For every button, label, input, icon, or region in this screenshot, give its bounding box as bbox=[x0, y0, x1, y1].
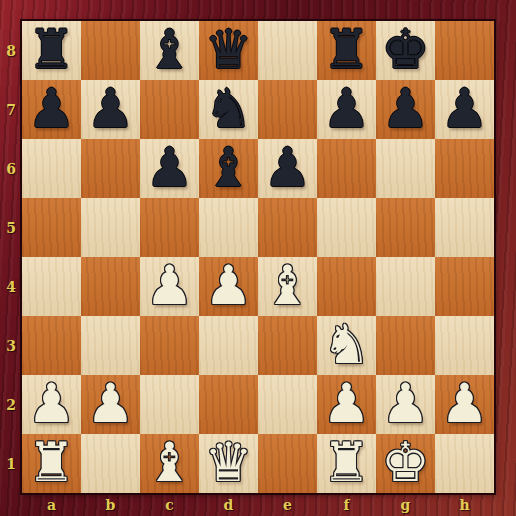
square-b3[interactable] bbox=[81, 316, 140, 375]
square-e3[interactable] bbox=[258, 316, 317, 375]
square-a4[interactable] bbox=[22, 257, 81, 316]
square-f3[interactable]: ♞ bbox=[317, 316, 376, 375]
square-d8[interactable]: ♛ bbox=[199, 21, 258, 80]
white-pawn[interactable]: ♟ bbox=[199, 257, 258, 316]
white-pawn[interactable]: ♟ bbox=[317, 375, 376, 434]
square-f5[interactable] bbox=[317, 198, 376, 257]
black-queen[interactable]: ♛ bbox=[199, 21, 258, 80]
square-a5[interactable] bbox=[22, 198, 81, 257]
rank-labels: 87654321 bbox=[0, 21, 22, 493]
rank-label-1: 1 bbox=[6, 456, 16, 472]
rank-label-7: 7 bbox=[6, 102, 16, 118]
square-g3[interactable] bbox=[376, 316, 435, 375]
square-c1[interactable]: ♝ bbox=[140, 434, 199, 493]
file-label-b: b bbox=[106, 497, 116, 513]
black-bishop[interactable]: ♝ bbox=[140, 21, 199, 80]
square-f1[interactable]: ♜ bbox=[317, 434, 376, 493]
square-c2[interactable] bbox=[140, 375, 199, 434]
square-c8[interactable]: ♝ bbox=[140, 21, 199, 80]
file-labels: abcdefgh bbox=[22, 493, 494, 516]
square-b2[interactable]: ♟ bbox=[81, 375, 140, 434]
square-c3[interactable] bbox=[140, 316, 199, 375]
white-pawn[interactable]: ♟ bbox=[81, 375, 140, 434]
square-e7[interactable] bbox=[258, 80, 317, 139]
rank-label-8: 8 bbox=[6, 43, 16, 59]
square-d1[interactable]: ♛ bbox=[199, 434, 258, 493]
square-b4[interactable] bbox=[81, 257, 140, 316]
white-king[interactable]: ♚ bbox=[376, 434, 435, 493]
black-pawn[interactable]: ♟ bbox=[81, 80, 140, 139]
file-label-f: f bbox=[343, 497, 349, 513]
white-rook[interactable]: ♜ bbox=[22, 434, 81, 493]
white-rook[interactable]: ♜ bbox=[317, 434, 376, 493]
white-pawn[interactable]: ♟ bbox=[22, 375, 81, 434]
square-f7[interactable]: ♟ bbox=[317, 80, 376, 139]
square-c7[interactable] bbox=[140, 80, 199, 139]
white-pawn[interactable]: ♟ bbox=[376, 375, 435, 434]
square-a8[interactable]: ♜ bbox=[22, 21, 81, 80]
file-label-c: c bbox=[165, 497, 174, 513]
square-e6[interactable]: ♟ bbox=[258, 139, 317, 198]
square-h8[interactable] bbox=[435, 21, 494, 80]
square-g5[interactable] bbox=[376, 198, 435, 257]
square-f4[interactable] bbox=[317, 257, 376, 316]
file-label-d: d bbox=[224, 497, 234, 513]
white-bishop[interactable]: ♝ bbox=[258, 257, 317, 316]
square-h1[interactable] bbox=[435, 434, 494, 493]
black-pawn[interactable]: ♟ bbox=[317, 80, 376, 139]
rank-label-3: 3 bbox=[6, 338, 16, 354]
board-frame: 87654321 abcdefgh ♜♝♛♜♚♟♟♞♟♟♟♟♝♟♟♟♝♞♟♟♟♟… bbox=[0, 0, 516, 516]
square-g8[interactable]: ♚ bbox=[376, 21, 435, 80]
square-e4[interactable]: ♝ bbox=[258, 257, 317, 316]
square-g1[interactable]: ♚ bbox=[376, 434, 435, 493]
file-label-e: e bbox=[283, 497, 292, 513]
black-pawn[interactable]: ♟ bbox=[258, 139, 317, 198]
black-pawn[interactable]: ♟ bbox=[22, 80, 81, 139]
square-c6[interactable]: ♟ bbox=[140, 139, 199, 198]
square-a1[interactable]: ♜ bbox=[22, 434, 81, 493]
square-d3[interactable] bbox=[199, 316, 258, 375]
black-rook[interactable]: ♜ bbox=[317, 21, 376, 80]
square-f6[interactable] bbox=[317, 139, 376, 198]
rank-label-5: 5 bbox=[6, 220, 16, 236]
square-h7[interactable]: ♟ bbox=[435, 80, 494, 139]
file-label-g: g bbox=[401, 497, 411, 513]
square-c4[interactable]: ♟ bbox=[140, 257, 199, 316]
white-pawn[interactable]: ♟ bbox=[140, 257, 199, 316]
black-bishop[interactable]: ♝ bbox=[199, 139, 258, 198]
square-f8[interactable]: ♜ bbox=[317, 21, 376, 80]
rank-label-4: 4 bbox=[6, 279, 16, 295]
square-g7[interactable]: ♟ bbox=[376, 80, 435, 139]
square-h5[interactable] bbox=[435, 198, 494, 257]
square-b8[interactable] bbox=[81, 21, 140, 80]
rank-label-6: 6 bbox=[6, 161, 16, 177]
square-h2[interactable]: ♟ bbox=[435, 375, 494, 434]
white-knight[interactable]: ♞ bbox=[317, 316, 376, 375]
square-a3[interactable] bbox=[22, 316, 81, 375]
file-label-a: a bbox=[47, 497, 56, 513]
black-rook[interactable]: ♜ bbox=[22, 21, 81, 80]
black-king[interactable]: ♚ bbox=[376, 21, 435, 80]
white-queen[interactable]: ♛ bbox=[199, 434, 258, 493]
square-b6[interactable] bbox=[81, 139, 140, 198]
square-h4[interactable] bbox=[435, 257, 494, 316]
square-a6[interactable] bbox=[22, 139, 81, 198]
square-g6[interactable] bbox=[376, 139, 435, 198]
square-a7[interactable]: ♟ bbox=[22, 80, 81, 139]
square-e1[interactable] bbox=[258, 434, 317, 493]
square-d6[interactable]: ♝ bbox=[199, 139, 258, 198]
black-knight[interactable]: ♞ bbox=[199, 80, 258, 139]
black-pawn[interactable]: ♟ bbox=[140, 139, 199, 198]
file-label-h: h bbox=[459, 497, 469, 513]
square-e2[interactable] bbox=[258, 375, 317, 434]
square-d7[interactable]: ♞ bbox=[199, 80, 258, 139]
chess-board[interactable]: ♜♝♛♜♚♟♟♞♟♟♟♟♝♟♟♟♝♞♟♟♟♟♟♜♝♛♜♚ bbox=[22, 21, 494, 493]
square-d4[interactable]: ♟ bbox=[199, 257, 258, 316]
square-b7[interactable]: ♟ bbox=[81, 80, 140, 139]
rank-label-2: 2 bbox=[6, 397, 16, 413]
black-pawn[interactable]: ♟ bbox=[376, 80, 435, 139]
square-e8[interactable] bbox=[258, 21, 317, 80]
white-pawn[interactable]: ♟ bbox=[435, 375, 494, 434]
square-h6[interactable] bbox=[435, 139, 494, 198]
square-d2[interactable] bbox=[199, 375, 258, 434]
square-g4[interactable] bbox=[376, 257, 435, 316]
square-e5[interactable] bbox=[258, 198, 317, 257]
square-h3[interactable] bbox=[435, 316, 494, 375]
square-d5[interactable] bbox=[199, 198, 258, 257]
square-g2[interactable]: ♟ bbox=[376, 375, 435, 434]
white-bishop[interactable]: ♝ bbox=[140, 434, 199, 493]
square-f2[interactable]: ♟ bbox=[317, 375, 376, 434]
square-a2[interactable]: ♟ bbox=[22, 375, 81, 434]
square-b5[interactable] bbox=[81, 198, 140, 257]
square-b1[interactable] bbox=[81, 434, 140, 493]
square-c5[interactable] bbox=[140, 198, 199, 257]
black-pawn[interactable]: ♟ bbox=[435, 80, 494, 139]
